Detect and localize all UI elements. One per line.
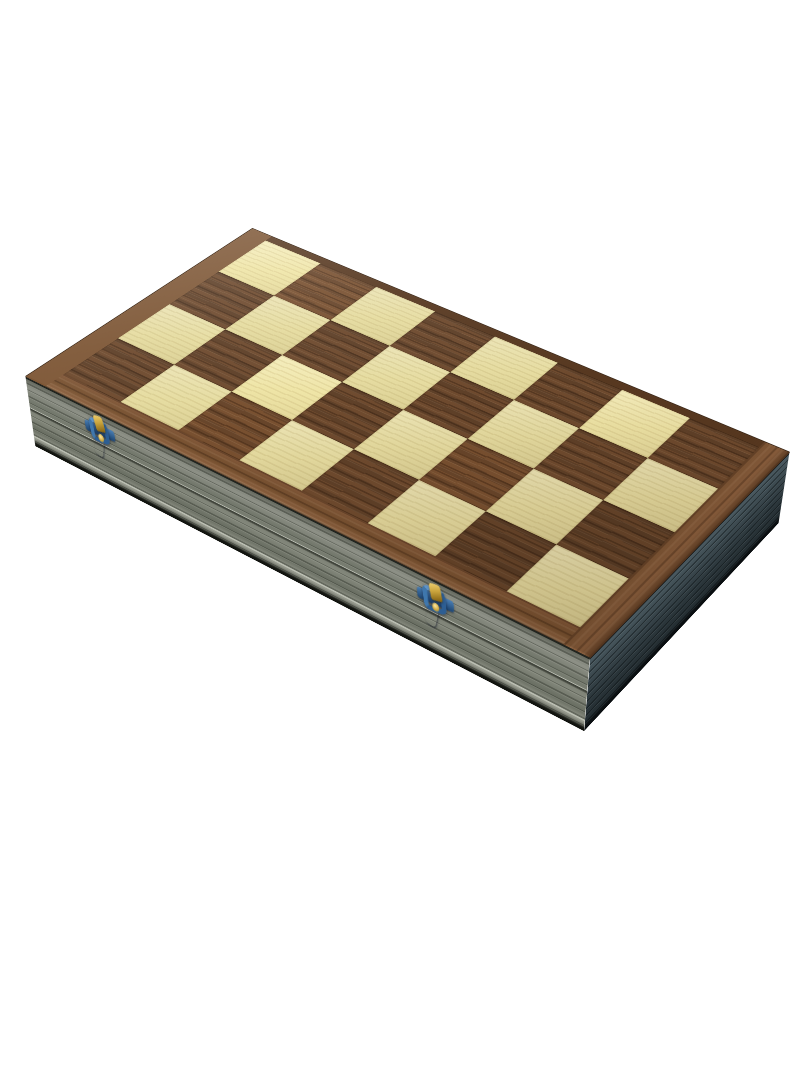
latch-clasp-right (418, 576, 453, 637)
product-photo-canvas (0, 0, 800, 1091)
